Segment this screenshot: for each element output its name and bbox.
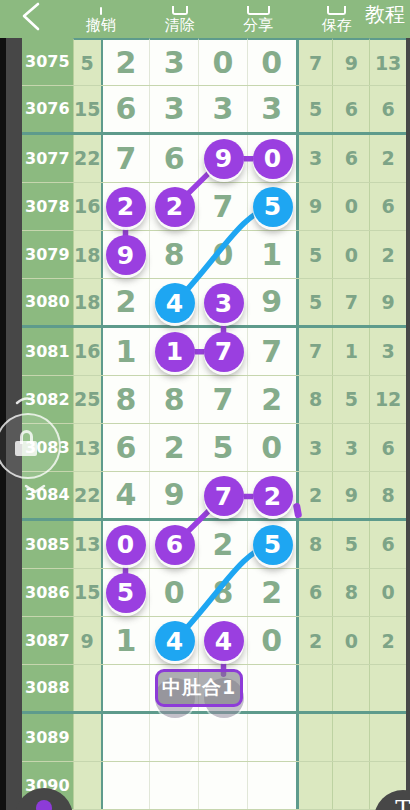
digit-cell[interactable]: 6 bbox=[149, 135, 198, 182]
stat-cell[interactable]: 0 bbox=[332, 231, 369, 278]
issue-cell: 3080 bbox=[22, 279, 73, 324]
stat-cell[interactable]: 7 bbox=[332, 279, 369, 324]
sum-cell: 15 bbox=[73, 569, 101, 616]
digit-cell[interactable]: 0 bbox=[247, 424, 296, 471]
blue-circle-mark[interactable]: 4 bbox=[155, 283, 195, 323]
issue-cell: 3088 bbox=[22, 665, 73, 710]
digit-cell[interactable]: 6 bbox=[101, 86, 150, 131]
stat-cell[interactable]: 3 bbox=[296, 424, 333, 471]
table-row: 30822588728512 bbox=[22, 376, 406, 424]
digit-cell[interactable]: 2 bbox=[247, 376, 296, 423]
tutorial-button[interactable]: 教程 bbox=[365, 1, 405, 28]
purple-circle-mark[interactable]: 6 bbox=[155, 525, 195, 565]
digit-cell[interactable]: 2 bbox=[198, 521, 247, 568]
undo-icon bbox=[100, 7, 102, 15]
digit-cell[interactable]: 1 bbox=[101, 328, 150, 375]
digit-cell[interactable]: 5 bbox=[198, 424, 247, 471]
table-row: 3089 bbox=[22, 714, 406, 762]
stat-cell[interactable] bbox=[296, 714, 333, 761]
digit-cell[interactable]: 1 bbox=[247, 231, 296, 278]
save-icon bbox=[327, 6, 346, 15]
stat-cell[interactable]: 2 bbox=[369, 231, 406, 278]
back-button[interactable] bbox=[14, 1, 48, 33]
blue-circle-mark[interactable]: 5 bbox=[253, 187, 293, 227]
issue-cell: 3076 bbox=[22, 86, 73, 131]
issue-cell: 3087 bbox=[22, 617, 73, 664]
stat-cell[interactable]: 9 bbox=[369, 279, 406, 324]
stat-cell[interactable]: 7 bbox=[296, 38, 333, 85]
share-button[interactable]: 分享 bbox=[243, 9, 273, 33]
table-row: 3083136250336 bbox=[22, 424, 406, 472]
stat-cell[interactable]: 6 bbox=[369, 183, 406, 230]
stat-cell[interactable]: 8 bbox=[296, 376, 333, 423]
issue-cell: 3085 bbox=[22, 521, 73, 568]
digit-cell[interactable] bbox=[149, 762, 198, 809]
digit-cell[interactable]: 0 bbox=[198, 231, 247, 278]
issue-cell: 3084 bbox=[22, 472, 73, 517]
stat-cell[interactable]: 5 bbox=[332, 521, 369, 568]
digit-cell[interactable]: 8 bbox=[101, 376, 150, 423]
purple-circle-mark[interactable]: 0 bbox=[253, 139, 293, 179]
digit-cell[interactable]: 9 bbox=[149, 472, 198, 517]
stat-cell[interactable]: 3 bbox=[296, 135, 333, 182]
toolbar: 撤销 清除 分享 保存 教程 bbox=[0, 0, 410, 38]
stat-cell[interactable]: 13 bbox=[369, 38, 406, 85]
save-label: 保存 bbox=[322, 17, 352, 33]
share-label: 分享 bbox=[243, 17, 273, 33]
undo-button[interactable]: 撤销 bbox=[86, 10, 116, 33]
digit-cell[interactable]: 4 bbox=[101, 472, 150, 517]
digit-cell[interactable] bbox=[247, 762, 296, 809]
sum-cell: 16 bbox=[73, 183, 101, 230]
stat-cell[interactable]: 5 bbox=[332, 376, 369, 423]
table-row: 3085130625856 bbox=[22, 521, 406, 569]
digit-cell[interactable]: 6 bbox=[101, 424, 150, 471]
digit-cell[interactable]: 2 bbox=[101, 279, 150, 324]
stat-cell[interactable]: 1 bbox=[332, 328, 369, 375]
digit-cell[interactable]: 0 bbox=[247, 38, 296, 85]
purple-circle-mark[interactable]: 5 bbox=[106, 573, 146, 613]
issue-cell: 3075 bbox=[22, 38, 73, 85]
digit-cell[interactable]: 8 bbox=[198, 569, 247, 616]
sum-cell bbox=[73, 665, 101, 710]
undo-label: 撤销 bbox=[86, 17, 116, 33]
stat-cell[interactable]: 12 bbox=[369, 376, 406, 423]
digit-cell[interactable] bbox=[101, 665, 150, 710]
digit-cell[interactable] bbox=[101, 762, 150, 809]
digit-cell[interactable]: 7 bbox=[101, 135, 150, 182]
purple-circle-mark[interactable]: 0 bbox=[106, 525, 146, 565]
table-row: 3078162275906 bbox=[22, 183, 406, 231]
sum-cell: 22 bbox=[73, 135, 101, 182]
stat-cell[interactable]: 2 bbox=[369, 135, 406, 182]
purple-dot-icon bbox=[36, 800, 52, 810]
stat-cell[interactable]: 5 bbox=[296, 231, 333, 278]
stat-cell[interactable]: 9 bbox=[296, 183, 333, 230]
app-screen: 撤销 清除 分享 保存 教程 3075523007913307615633356… bbox=[0, 0, 410, 810]
sum-cell: 18 bbox=[73, 231, 101, 278]
digit-cell[interactable] bbox=[149, 714, 198, 761]
purple-circle-mark[interactable]: 4 bbox=[204, 621, 244, 661]
digit-cell[interactable]: 2 bbox=[247, 569, 296, 616]
digit-cell[interactable]: 3 bbox=[149, 86, 198, 131]
stat-cell[interactable]: 6 bbox=[369, 86, 406, 131]
purple-circle-mark[interactable]: 9 bbox=[106, 235, 146, 275]
stat-cell[interactable]: 6 bbox=[369, 424, 406, 471]
stat-cell[interactable]: 6 bbox=[332, 86, 369, 131]
issue-cell: 3079 bbox=[22, 231, 73, 278]
issue-cell: 3089 bbox=[22, 714, 73, 761]
stat-cell[interactable]: 0 bbox=[332, 617, 369, 664]
clear-button[interactable]: 清除 bbox=[165, 9, 195, 33]
digit-cell[interactable]: 0 bbox=[247, 617, 296, 664]
digit-cell[interactable]: 7 bbox=[198, 376, 247, 423]
stat-cell[interactable]: 5 bbox=[296, 86, 333, 131]
stat-cell[interactable] bbox=[332, 714, 369, 761]
purple-circle-mark[interactable]: 2 bbox=[155, 187, 195, 227]
stat-cell[interactable]: 8 bbox=[332, 569, 369, 616]
table-row: 3075523007913 bbox=[22, 38, 406, 86]
digit-cell[interactable]: 3 bbox=[247, 86, 296, 131]
stat-cell[interactable]: 2 bbox=[296, 617, 333, 664]
purple-circle-mark[interactable]: 7 bbox=[204, 332, 244, 372]
digit-cell[interactable] bbox=[198, 762, 247, 809]
sum-cell: 18 bbox=[73, 279, 101, 324]
stat-cell[interactable]: 8 bbox=[369, 472, 406, 517]
trash-icon bbox=[172, 6, 188, 15]
purple-circle-mark[interactable]: 2 bbox=[106, 187, 146, 227]
sum-cell: 25 bbox=[73, 376, 101, 423]
digit-cell[interactable] bbox=[198, 714, 247, 761]
sum-cell: 22 bbox=[73, 472, 101, 517]
issue-cell: 3081 bbox=[22, 328, 73, 375]
purple-circle-mark[interactable]: 3 bbox=[204, 283, 244, 323]
stat-cell[interactable] bbox=[369, 714, 406, 761]
blue-circle-mark[interactable]: 5 bbox=[253, 525, 293, 565]
sum-cell: 5 bbox=[73, 38, 101, 85]
table-row: 3079189801502 bbox=[22, 231, 406, 279]
stat-cell[interactable]: 0 bbox=[369, 569, 406, 616]
sum-cell: 15 bbox=[73, 86, 101, 131]
digit-cell[interactable]: 2 bbox=[101, 38, 150, 85]
digit-cell[interactable] bbox=[101, 714, 150, 761]
table-row: 3086155082680 bbox=[22, 569, 406, 617]
purple-circle-mark[interactable]: 7 bbox=[204, 476, 244, 516]
sum-cell: 9 bbox=[73, 617, 101, 664]
table-row: 3076156333566 bbox=[22, 86, 406, 134]
stat-cell[interactable] bbox=[296, 762, 333, 809]
sum-cell: 13 bbox=[73, 424, 101, 471]
sum-cell bbox=[73, 714, 101, 761]
stat-cell[interactable]: 5 bbox=[296, 279, 333, 324]
digit-cell[interactable]: 0 bbox=[149, 569, 198, 616]
stat-cell[interactable] bbox=[332, 762, 369, 809]
stat-cell[interactable]: 2 bbox=[369, 617, 406, 664]
text-tool-label: T bbox=[395, 795, 410, 810]
stat-cell[interactable]: 6 bbox=[369, 521, 406, 568]
issue-cell: 3077 bbox=[22, 135, 73, 182]
digit-cell[interactable]: 0 bbox=[198, 38, 247, 85]
stat-cell[interactable]: 9 bbox=[332, 38, 369, 85]
stat-cell[interactable]: 9 bbox=[332, 472, 369, 517]
issue-cell: 3086 bbox=[22, 569, 73, 616]
stat-cell[interactable] bbox=[332, 665, 369, 710]
stat-cell[interactable]: 6 bbox=[296, 569, 333, 616]
digit-cell[interactable]: 7 bbox=[247, 328, 296, 375]
purple-circle-mark[interactable]: 2 bbox=[253, 476, 293, 516]
sum-cell: 16 bbox=[73, 328, 101, 375]
purple-circle-mark[interactable]: 9 bbox=[204, 139, 244, 179]
digit-cell[interactable]: 8 bbox=[149, 231, 198, 278]
digit-cell[interactable] bbox=[247, 665, 296, 710]
stat-cell[interactable]: 0 bbox=[332, 183, 369, 230]
stat-cell[interactable]: 3 bbox=[332, 424, 369, 471]
share-icon bbox=[247, 6, 270, 15]
stat-cell[interactable]: 3 bbox=[369, 328, 406, 375]
digit-cell[interactable] bbox=[247, 714, 296, 761]
digit-cell[interactable]: 3 bbox=[149, 38, 198, 85]
stat-cell[interactable] bbox=[369, 665, 406, 710]
purple-circle-mark[interactable]: 1 bbox=[155, 332, 195, 372]
sum-cell: 13 bbox=[73, 521, 101, 568]
save-button[interactable]: 保存 bbox=[322, 9, 352, 33]
digit-cell[interactable]: 1 bbox=[101, 617, 150, 664]
sum-cell bbox=[73, 762, 101, 809]
digit-cell[interactable]: 2 bbox=[149, 424, 198, 471]
stat-cell[interactable]: 7 bbox=[296, 328, 333, 375]
clear-label: 清除 bbox=[165, 17, 195, 33]
stat-cell[interactable] bbox=[296, 665, 333, 710]
stat-cell[interactable]: 8 bbox=[296, 521, 333, 568]
table-row: 3090 bbox=[22, 762, 406, 810]
digit-cell[interactable]: 7 bbox=[198, 183, 247, 230]
toolbar-buttons: 撤销 清除 分享 保存 bbox=[86, 0, 352, 38]
digit-cell[interactable]: 8 bbox=[149, 376, 198, 423]
blue-circle-mark[interactable]: 4 bbox=[155, 621, 195, 661]
issue-cell: 3078 bbox=[22, 183, 73, 230]
stat-cell[interactable]: 6 bbox=[332, 135, 369, 182]
digit-cell[interactable]: 3 bbox=[198, 86, 247, 131]
digit-cell[interactable]: 9 bbox=[247, 279, 296, 324]
right-panel-edge bbox=[406, 38, 410, 810]
prediction-label[interactable]: 中肚合1 bbox=[155, 669, 243, 707]
